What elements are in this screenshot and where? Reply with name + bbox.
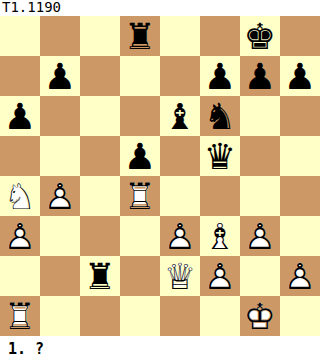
square-a6[interactable]: ♟: [0, 96, 40, 136]
square-h4[interactable]: [280, 176, 320, 216]
square-d4[interactable]: ♜♖: [120, 176, 160, 216]
square-c1[interactable]: [80, 296, 120, 336]
square-e2[interactable]: ♛♕: [160, 256, 200, 296]
square-e5[interactable]: [160, 136, 200, 176]
square-f6[interactable]: ♞: [200, 96, 240, 136]
piece-black-queen[interactable]: ♛: [200, 136, 240, 176]
piece-white-rook[interactable]: ♜♖: [0, 296, 40, 336]
piece-white-pawn[interactable]: ♟♙: [280, 256, 320, 296]
square-g6[interactable]: [240, 96, 280, 136]
square-h1[interactable]: [280, 296, 320, 336]
square-d5[interactable]: ♟: [120, 136, 160, 176]
square-e1[interactable]: [160, 296, 200, 336]
piece-black-rook[interactable]: ♜: [120, 16, 160, 56]
chess-board: ♜♚♟♟♟♟♟♝♞♟♛♞♘♟♙♜♖♟♙♟♙♝♗♟♙♜♛♕♟♙♟♙♜♖♚♔: [0, 16, 320, 336]
square-a5[interactable]: [0, 136, 40, 176]
square-a4[interactable]: ♞♘: [0, 176, 40, 216]
piece-white-king[interactable]: ♚♔: [240, 296, 280, 336]
piece-black-pawn[interactable]: ♟: [200, 56, 240, 96]
square-d2[interactable]: [120, 256, 160, 296]
square-h6[interactable]: [280, 96, 320, 136]
piece-black-pawn[interactable]: ♟: [280, 56, 320, 96]
square-c3[interactable]: [80, 216, 120, 256]
move-prompt: 1. ?: [0, 336, 320, 358]
square-b7[interactable]: ♟: [40, 56, 80, 96]
square-g5[interactable]: [240, 136, 280, 176]
white-piece-outline: ♕: [160, 256, 200, 296]
white-piece-outline: ♘: [0, 176, 40, 216]
piece-black-rook[interactable]: ♜: [80, 256, 120, 296]
square-d6[interactable]: [120, 96, 160, 136]
white-piece-outline: ♙: [280, 256, 320, 296]
square-b3[interactable]: [40, 216, 80, 256]
white-piece-outline: ♙: [0, 216, 40, 256]
piece-black-pawn[interactable]: ♟: [120, 136, 160, 176]
white-piece-outline: ♖: [120, 176, 160, 216]
square-d1[interactable]: [120, 296, 160, 336]
piece-white-rook[interactable]: ♜♖: [120, 176, 160, 216]
piece-white-pawn[interactable]: ♟♙: [240, 216, 280, 256]
square-b4[interactable]: ♟♙: [40, 176, 80, 216]
square-c5[interactable]: [80, 136, 120, 176]
square-a3[interactable]: ♟♙: [0, 216, 40, 256]
piece-black-bishop[interactable]: ♝: [160, 96, 200, 136]
white-piece-outline: ♙: [240, 216, 280, 256]
square-h5[interactable]: [280, 136, 320, 176]
square-f8[interactable]: [200, 16, 240, 56]
square-g2[interactable]: [240, 256, 280, 296]
square-c6[interactable]: [80, 96, 120, 136]
square-e4[interactable]: [160, 176, 200, 216]
piece-black-king[interactable]: ♚: [240, 16, 280, 56]
square-f1[interactable]: [200, 296, 240, 336]
square-e8[interactable]: [160, 16, 200, 56]
square-e7[interactable]: [160, 56, 200, 96]
square-g3[interactable]: ♟♙: [240, 216, 280, 256]
page-title: T1.1190: [0, 0, 320, 16]
square-b5[interactable]: [40, 136, 80, 176]
piece-white-pawn[interactable]: ♟♙: [200, 256, 240, 296]
square-h8[interactable]: [280, 16, 320, 56]
piece-black-pawn[interactable]: ♟: [40, 56, 80, 96]
white-piece-outline: ♗: [200, 216, 240, 256]
square-e6[interactable]: ♝: [160, 96, 200, 136]
square-d3[interactable]: [120, 216, 160, 256]
piece-white-pawn[interactable]: ♟♙: [160, 216, 200, 256]
square-c2[interactable]: ♜: [80, 256, 120, 296]
piece-black-pawn[interactable]: ♟: [0, 96, 40, 136]
piece-white-pawn[interactable]: ♟♙: [40, 176, 80, 216]
square-d7[interactable]: [120, 56, 160, 96]
square-b1[interactable]: [40, 296, 80, 336]
square-a7[interactable]: [0, 56, 40, 96]
square-g7[interactable]: ♟: [240, 56, 280, 96]
square-d8[interactable]: ♜: [120, 16, 160, 56]
white-piece-outline: ♙: [40, 176, 80, 216]
square-c7[interactable]: [80, 56, 120, 96]
square-f4[interactable]: [200, 176, 240, 216]
square-b8[interactable]: [40, 16, 80, 56]
white-piece-outline: ♙: [200, 256, 240, 296]
white-piece-outline: ♔: [240, 296, 280, 336]
square-b2[interactable]: [40, 256, 80, 296]
square-c8[interactable]: [80, 16, 120, 56]
square-h7[interactable]: ♟: [280, 56, 320, 96]
square-f7[interactable]: ♟: [200, 56, 240, 96]
square-e3[interactable]: ♟♙: [160, 216, 200, 256]
white-piece-outline: ♖: [0, 296, 40, 336]
piece-black-knight[interactable]: ♞: [200, 96, 240, 136]
square-g1[interactable]: ♚♔: [240, 296, 280, 336]
square-h3[interactable]: [280, 216, 320, 256]
square-b6[interactable]: [40, 96, 80, 136]
square-f3[interactable]: ♝♗: [200, 216, 240, 256]
square-h2[interactable]: ♟♙: [280, 256, 320, 296]
square-f5[interactable]: ♛: [200, 136, 240, 176]
square-g8[interactable]: ♚: [240, 16, 280, 56]
piece-white-queen[interactable]: ♛♕: [160, 256, 200, 296]
square-a1[interactable]: ♜♖: [0, 296, 40, 336]
square-c4[interactable]: [80, 176, 120, 216]
piece-black-pawn[interactable]: ♟: [240, 56, 280, 96]
square-g4[interactable]: [240, 176, 280, 216]
piece-white-bishop[interactable]: ♝♗: [200, 216, 240, 256]
piece-white-pawn[interactable]: ♟♙: [0, 216, 40, 256]
square-a2[interactable]: [0, 256, 40, 296]
square-f2[interactable]: ♟♙: [200, 256, 240, 296]
piece-white-knight[interactable]: ♞♘: [0, 176, 40, 216]
white-piece-outline: ♙: [160, 216, 200, 256]
square-a8[interactable]: [0, 16, 40, 56]
